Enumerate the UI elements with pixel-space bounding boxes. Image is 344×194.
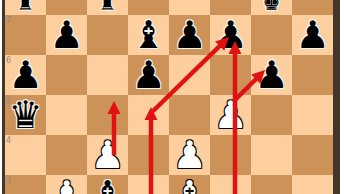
square-a3[interactable] (5, 175, 46, 194)
black-king-g8[interactable]: ♚ (251, 0, 292, 23)
square-c6[interactable] (87, 55, 128, 95)
square-b4[interactable] (46, 135, 87, 175)
square-c5[interactable] (87, 95, 128, 135)
black-pawn-f7[interactable]: ♟ (210, 15, 251, 55)
black-pawn-e7[interactable]: ♟ (169, 15, 210, 55)
square-f6[interactable] (210, 55, 251, 95)
square-f3[interactable] (210, 175, 251, 194)
rank-label-4: 4 (6, 137, 11, 145)
square-h3[interactable] (292, 175, 333, 194)
square-g3[interactable] (251, 175, 292, 194)
square-h5[interactable] (292, 95, 333, 135)
square-g5[interactable] (251, 95, 292, 135)
rank-label-6: 6 (6, 57, 11, 65)
rank-label-7: 7 (6, 17, 11, 25)
black-pawn-b7[interactable]: ♟ (46, 15, 87, 55)
black-pawn-d6[interactable]: ♟ (128, 55, 169, 95)
black-pawn-g6[interactable]: ♟ (251, 55, 292, 95)
chess-board[interactable]: 76543♜♜♚♟♝♟♟♟♟♟♟♛♟♟♟♟♝♝ (5, 0, 333, 194)
white-pawn-b3[interactable]: ♟ (46, 175, 87, 194)
white-pawn-f5[interactable]: ♟ (210, 95, 251, 135)
square-d3[interactable] (128, 175, 169, 194)
chess-diagram: 76543♜♜♚♟♝♟♟♟♟♟♟♛♟♟♟♟♝♝ (0, 0, 344, 194)
black-rook-a8[interactable]: ♜ (5, 0, 46, 23)
black-pawn-h7[interactable]: ♟ (292, 15, 333, 55)
square-d4[interactable] (128, 135, 169, 175)
square-g4[interactable] (251, 135, 292, 175)
square-h4[interactable] (292, 135, 333, 175)
square-b6[interactable] (46, 55, 87, 95)
black-queen-a5[interactable]: ♛ (5, 95, 46, 135)
square-e5[interactable] (169, 95, 210, 135)
square-a4[interactable] (5, 135, 46, 175)
black-pawn-a6[interactable]: ♟ (5, 55, 46, 95)
square-e6[interactable] (169, 55, 210, 95)
square-d5[interactable] (128, 95, 169, 135)
white-pawn-e4[interactable]: ♟ (169, 135, 210, 175)
board-frame-right (333, 0, 340, 194)
rank-label-5: 5 (6, 97, 11, 105)
square-b5[interactable] (46, 95, 87, 135)
rank-label-3: 3 (6, 177, 11, 185)
square-f4[interactable] (210, 135, 251, 175)
black-bishop-c3[interactable]: ♝ (87, 175, 128, 194)
black-rook-c8[interactable]: ♜ (87, 0, 128, 23)
square-h6[interactable] (292, 55, 333, 95)
white-pawn-c4[interactable]: ♟ (87, 135, 128, 175)
white-bishop-e3[interactable]: ♝ (169, 175, 210, 194)
black-bishop-d7[interactable]: ♝ (128, 15, 169, 55)
